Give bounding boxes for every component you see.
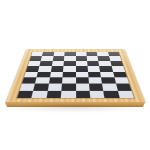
square-f6: [87, 61, 99, 66]
square-h1: [117, 90, 133, 97]
square-d2: [61, 83, 75, 90]
square-d3: [62, 77, 75, 83]
square-d1: [60, 90, 75, 97]
square-e8: [75, 51, 86, 55]
square-f5: [87, 66, 100, 71]
square-c1: [46, 90, 61, 97]
square-c6: [51, 61, 63, 66]
square-e6: [75, 61, 87, 66]
square-g3: [101, 77, 115, 83]
square-b5: [38, 66, 51, 71]
square-c5: [50, 66, 63, 71]
chessboard-frame: [5, 49, 145, 103]
square-c7: [52, 56, 64, 61]
square-a6: [27, 61, 40, 66]
photo-background: [0, 0, 150, 150]
square-d8: [64, 51, 75, 55]
square-f3: [88, 77, 102, 83]
square-b3: [35, 77, 49, 83]
square-h5: [111, 66, 125, 71]
square-h7: [108, 56, 121, 61]
square-e7: [75, 56, 87, 61]
square-b2: [33, 83, 48, 90]
square-a2: [19, 83, 35, 90]
square-d5: [63, 66, 75, 71]
square-h2: [115, 83, 131, 90]
square-d7: [63, 56, 75, 61]
square-g1: [103, 90, 119, 97]
square-h3: [114, 77, 129, 83]
square-a4: [24, 71, 38, 77]
square-h6: [110, 61, 123, 66]
square-e5: [75, 66, 87, 71]
square-f7: [86, 56, 98, 61]
board-shadow: [8, 104, 142, 112]
square-a7: [29, 56, 42, 61]
square-b6: [39, 61, 52, 66]
square-c3: [48, 77, 62, 83]
square-g7: [97, 56, 109, 61]
square-d6: [63, 61, 75, 66]
square-b8: [42, 51, 54, 55]
square-g2: [102, 83, 117, 90]
square-f1: [89, 90, 104, 97]
square-b7: [40, 56, 52, 61]
square-d4: [62, 71, 75, 77]
square-a1: [17, 90, 33, 97]
square-f8: [86, 51, 97, 55]
square-a8: [31, 51, 43, 55]
square-e1: [75, 90, 90, 97]
square-c8: [53, 51, 64, 55]
square-b1: [31, 90, 47, 97]
square-g4: [100, 71, 114, 77]
chessboard-squares: [17, 51, 134, 97]
square-h4: [112, 71, 126, 77]
square-g5: [99, 66, 112, 71]
square-h8: [107, 51, 119, 55]
square-c4: [49, 71, 62, 77]
square-f2: [88, 83, 103, 90]
square-g8: [96, 51, 108, 55]
square-g6: [98, 61, 111, 66]
square-f4: [87, 71, 100, 77]
square-b4: [36, 71, 50, 77]
square-a5: [26, 66, 40, 71]
square-e2: [75, 83, 89, 90]
square-a3: [21, 77, 36, 83]
square-c2: [47, 83, 62, 90]
square-e4: [75, 71, 88, 77]
square-e3: [75, 77, 88, 83]
